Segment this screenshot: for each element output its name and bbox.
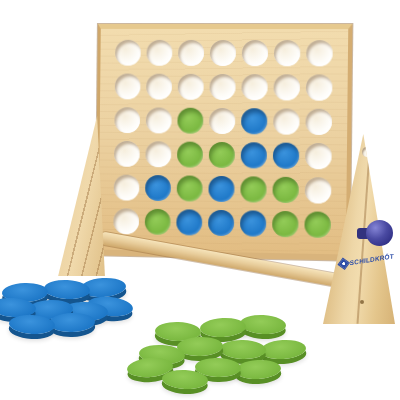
cell-r2c7[interactable] [306,74,333,100]
cell-r2c2[interactable] [146,74,172,100]
cell-r6c4[interactable] [208,210,234,236]
cell-r1c7[interactable] [306,40,333,66]
cell-r1c6[interactable] [274,40,301,66]
cell-r3c6[interactable] [273,108,300,134]
cell-r1c1[interactable] [115,40,141,66]
cell-r6c3[interactable] [176,209,202,235]
cell-r5c7[interactable] [305,177,332,204]
cell-r4c2[interactable] [145,141,171,167]
cell-r2c4[interactable] [209,74,235,100]
cell-r2c6[interactable] [274,74,301,100]
blue-loose-disc[interactable] [49,312,96,333]
cell-r5c6[interactable] [272,177,298,204]
cell-r5c3[interactable] [177,175,203,201]
cell-r4c1[interactable] [114,141,140,167]
cell-r6c7[interactable] [304,211,331,238]
connect-four-board [96,24,353,261]
cell-r4c3[interactable] [177,142,203,168]
cell-r5c5[interactable] [240,176,266,202]
cell-r1c4[interactable] [210,40,236,66]
cell-r5c2[interactable] [145,175,171,201]
product-photo-scene: SCHILDKRÖT [0,0,400,400]
green-loose-disc[interactable] [259,338,306,360]
cell-r3c5[interactable] [241,108,267,134]
right-leg-hole [362,147,371,157]
cell-r3c7[interactable] [305,109,332,135]
cell-r1c3[interactable] [178,40,204,66]
cell-r1c2[interactable] [146,40,172,66]
cell-r4c5[interactable] [241,142,267,168]
cell-r2c5[interactable] [241,74,267,100]
cell-r5c4[interactable] [208,176,234,202]
green-loose-disc[interactable] [235,359,282,380]
cell-r5c1[interactable] [114,175,140,201]
green-loose-disc[interactable] [200,317,247,338]
cell-r6c1[interactable] [113,208,139,234]
cell-r3c1[interactable] [114,107,140,133]
cell-r6c5[interactable] [240,210,266,237]
cell-r2c1[interactable] [115,73,141,99]
cell-r4c7[interactable] [305,143,332,170]
cell-r4c6[interactable] [273,143,299,169]
right-leg-screw [360,300,364,304]
cell-r3c4[interactable] [209,108,235,134]
green-loose-disc[interactable] [220,339,267,360]
board-grid [99,29,349,255]
cell-r4c4[interactable] [209,142,235,168]
green-loose-disc[interactable] [240,314,287,335]
cell-r3c3[interactable] [177,108,203,134]
release-knob[interactable] [366,220,393,246]
cell-r6c2[interactable] [145,209,171,235]
cell-r2c3[interactable] [178,74,204,100]
cell-r6c6[interactable] [272,211,298,238]
cell-r3c2[interactable] [146,107,172,133]
cell-r1c5[interactable] [242,40,268,66]
